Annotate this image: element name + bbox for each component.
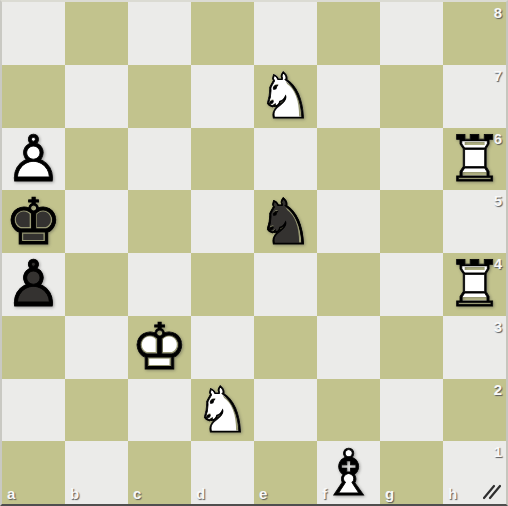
square-b8[interactable] — [65, 2, 128, 65]
square-g2[interactable] — [380, 379, 443, 442]
square-c4[interactable] — [128, 253, 191, 316]
square-h8[interactable]: 8 — [443, 2, 506, 65]
square-g3[interactable] — [380, 316, 443, 379]
square-h5[interactable]: 5 — [443, 190, 506, 253]
square-a3[interactable] — [2, 316, 65, 379]
square-a1[interactable]: a — [2, 441, 65, 504]
square-d5[interactable] — [191, 190, 254, 253]
rook-outline-glyph: ♖ — [443, 253, 506, 316]
square-h3[interactable]: 3 — [443, 316, 506, 379]
file-label-c: c — [133, 486, 141, 501]
piece-white-rook[interactable]: ♜♖ — [443, 253, 506, 316]
square-g4[interactable] — [380, 253, 443, 316]
file-label-d: d — [196, 486, 205, 501]
square-a2[interactable] — [2, 379, 65, 442]
square-a4[interactable]: ♟♙ — [2, 253, 65, 316]
square-f4[interactable] — [317, 253, 380, 316]
pawn-outline-glyph: ♙ — [2, 253, 65, 316]
chess-board-widget: 8♞♘7♟♙6♜♖♚♔♞♘5♟♙4♜♖♚♔3♞♘2abcdef♝♗g1h — [0, 0, 508, 506]
piece-white-king[interactable]: ♚♔ — [128, 316, 191, 379]
file-label-g: g — [385, 486, 394, 501]
square-b3[interactable] — [65, 316, 128, 379]
knight-outline-glyph: ♘ — [254, 65, 317, 128]
square-h6[interactable]: 6♜♖ — [443, 128, 506, 191]
square-h7[interactable]: 7 — [443, 65, 506, 128]
square-c8[interactable] — [128, 2, 191, 65]
rank-label-8: 8 — [494, 5, 502, 20]
file-label-b: b — [70, 486, 79, 501]
piece-white-rook[interactable]: ♜♖ — [443, 128, 506, 191]
square-d7[interactable] — [191, 65, 254, 128]
square-h2[interactable]: 2 — [443, 379, 506, 442]
king-outline-glyph: ♔ — [2, 190, 65, 253]
square-f8[interactable] — [317, 2, 380, 65]
piece-black-knight[interactable]: ♞♘ — [254, 190, 317, 253]
king-outline-glyph: ♔ — [128, 316, 191, 379]
resize-handle-icon[interactable] — [483, 484, 501, 500]
square-f5[interactable] — [317, 190, 380, 253]
square-e6[interactable] — [254, 128, 317, 191]
file-label-a: a — [7, 486, 15, 501]
square-a6[interactable]: ♟♙ — [2, 128, 65, 191]
square-e1[interactable]: e — [254, 441, 317, 504]
square-f6[interactable] — [317, 128, 380, 191]
file-label-e: e — [259, 486, 267, 501]
square-d1[interactable]: d — [191, 441, 254, 504]
square-d3[interactable] — [191, 316, 254, 379]
square-c3[interactable]: ♚♔ — [128, 316, 191, 379]
square-g8[interactable] — [380, 2, 443, 65]
square-a8[interactable] — [2, 2, 65, 65]
piece-white-bishop[interactable]: ♝♗ — [317, 441, 380, 504]
square-c6[interactable] — [128, 128, 191, 191]
pawn-outline-glyph: ♙ — [2, 128, 65, 191]
square-g1[interactable]: g — [380, 441, 443, 504]
knight-outline-glyph: ♘ — [191, 379, 254, 442]
rank-label-2: 2 — [494, 382, 502, 397]
piece-black-pawn[interactable]: ♟♙ — [2, 253, 65, 316]
square-a7[interactable] — [2, 65, 65, 128]
square-e2[interactable] — [254, 379, 317, 442]
square-g5[interactable] — [380, 190, 443, 253]
square-b7[interactable] — [65, 65, 128, 128]
square-e4[interactable] — [254, 253, 317, 316]
square-f3[interactable] — [317, 316, 380, 379]
file-label-h: h — [448, 486, 457, 501]
square-c1[interactable]: c — [128, 441, 191, 504]
piece-white-knight[interactable]: ♞♘ — [254, 65, 317, 128]
square-d4[interactable] — [191, 253, 254, 316]
square-b5[interactable] — [65, 190, 128, 253]
bishop-outline-glyph: ♗ — [317, 441, 380, 504]
square-f2[interactable] — [317, 379, 380, 442]
rank-label-1: 1 — [494, 444, 502, 459]
square-d2[interactable]: ♞♘ — [191, 379, 254, 442]
square-f7[interactable] — [317, 65, 380, 128]
square-e8[interactable] — [254, 2, 317, 65]
square-b4[interactable] — [65, 253, 128, 316]
chess-board: 8♞♘7♟♙6♜♖♚♔♞♘5♟♙4♜♖♚♔3♞♘2abcdef♝♗g1h — [0, 0, 508, 506]
piece-white-pawn[interactable]: ♟♙ — [2, 128, 65, 191]
piece-black-king[interactable]: ♚♔ — [2, 190, 65, 253]
square-d8[interactable] — [191, 2, 254, 65]
piece-white-knight[interactable]: ♞♘ — [191, 379, 254, 442]
square-b2[interactable] — [65, 379, 128, 442]
square-a5[interactable]: ♚♔ — [2, 190, 65, 253]
square-c7[interactable] — [128, 65, 191, 128]
square-c5[interactable] — [128, 190, 191, 253]
square-g7[interactable] — [380, 65, 443, 128]
rank-label-7: 7 — [494, 68, 502, 83]
square-d6[interactable] — [191, 128, 254, 191]
square-h4[interactable]: 4♜♖ — [443, 253, 506, 316]
rook-outline-glyph: ♖ — [443, 128, 506, 191]
rank-label-3: 3 — [494, 319, 502, 334]
square-g6[interactable] — [380, 128, 443, 191]
square-b6[interactable] — [65, 128, 128, 191]
square-e5[interactable]: ♞♘ — [254, 190, 317, 253]
square-f1[interactable]: f♝♗ — [317, 441, 380, 504]
square-e7[interactable]: ♞♘ — [254, 65, 317, 128]
square-b1[interactable]: b — [65, 441, 128, 504]
square-c2[interactable] — [128, 379, 191, 442]
square-e3[interactable] — [254, 316, 317, 379]
knight-outline-glyph: ♘ — [254, 190, 317, 253]
